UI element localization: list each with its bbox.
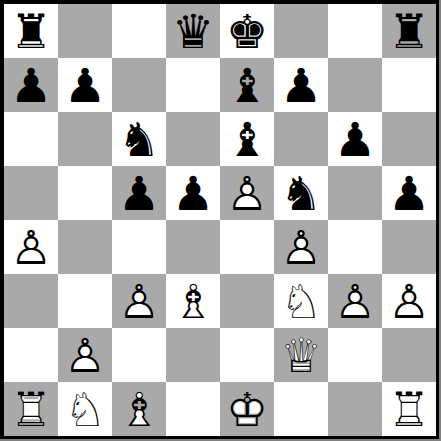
square-b1[interactable]: ♞♘ bbox=[58, 382, 112, 436]
white-pawn-icon: ♙ bbox=[274, 220, 328, 274]
square-e7[interactable]: ♝ bbox=[220, 58, 274, 112]
square-f6[interactable] bbox=[274, 112, 328, 166]
piece-white-pawn[interactable]: ♟♙ bbox=[274, 220, 328, 274]
piece-white-rook[interactable]: ♜♖ bbox=[382, 382, 436, 436]
piece-white-pawn[interactable]: ♟♙ bbox=[112, 274, 166, 328]
piece-black-queen[interactable]: ♛ bbox=[166, 4, 220, 58]
square-h1[interactable]: ♜♖ bbox=[382, 382, 436, 436]
square-e6[interactable]: ♝ bbox=[220, 112, 274, 166]
black-pawn-icon: ♟ bbox=[274, 58, 328, 112]
square-h3[interactable]: ♟♙ bbox=[382, 274, 436, 328]
square-e2[interactable] bbox=[220, 328, 274, 382]
square-e3[interactable] bbox=[220, 274, 274, 328]
white-rook-icon: ♖ bbox=[382, 382, 436, 436]
square-g5[interactable] bbox=[328, 166, 382, 220]
white-knight-icon: ♘ bbox=[274, 274, 328, 328]
square-h4[interactable] bbox=[382, 220, 436, 274]
square-b6[interactable] bbox=[58, 112, 112, 166]
black-king-icon: ♚ bbox=[220, 4, 274, 58]
black-queen-icon: ♛ bbox=[166, 4, 220, 58]
black-pawn-icon: ♟ bbox=[58, 58, 112, 112]
square-d2[interactable] bbox=[166, 328, 220, 382]
chessboard-frame: ♜♛♚♜♟♟♝♟♞♝♟♟♟♟♙♞♟♟♙♟♙♟♙♝♗♞♘♟♙♟♙♟♙♛♕♜♖♞♘♝… bbox=[0, 0, 441, 441]
square-a4[interactable]: ♟♙ bbox=[4, 220, 58, 274]
piece-white-pawn[interactable]: ♟♙ bbox=[328, 274, 382, 328]
black-pawn-icon: ♟ bbox=[4, 58, 58, 112]
piece-white-knight[interactable]: ♞♘ bbox=[274, 274, 328, 328]
square-d1[interactable] bbox=[166, 382, 220, 436]
piece-black-rook[interactable]: ♜ bbox=[4, 4, 58, 58]
square-b5[interactable] bbox=[58, 166, 112, 220]
square-e4[interactable] bbox=[220, 220, 274, 274]
square-c4[interactable] bbox=[112, 220, 166, 274]
piece-white-pawn[interactable]: ♟♙ bbox=[4, 220, 58, 274]
black-knight-icon: ♞ bbox=[112, 112, 166, 166]
square-c7[interactable] bbox=[112, 58, 166, 112]
black-pawn-icon: ♟ bbox=[166, 166, 220, 220]
black-rook-icon: ♜ bbox=[382, 4, 436, 58]
white-pawn-icon: ♙ bbox=[328, 274, 382, 328]
square-c1[interactable]: ♝♗ bbox=[112, 382, 166, 436]
piece-black-pawn[interactable]: ♟ bbox=[112, 166, 166, 220]
square-g4[interactable] bbox=[328, 220, 382, 274]
square-c6[interactable]: ♞ bbox=[112, 112, 166, 166]
piece-white-pawn[interactable]: ♟♙ bbox=[382, 274, 436, 328]
square-f7[interactable]: ♟ bbox=[274, 58, 328, 112]
square-d8[interactable]: ♛ bbox=[166, 4, 220, 58]
square-g7[interactable] bbox=[328, 58, 382, 112]
square-a8[interactable]: ♜ bbox=[4, 4, 58, 58]
square-d5[interactable]: ♟ bbox=[166, 166, 220, 220]
piece-black-bishop[interactable]: ♝ bbox=[220, 58, 274, 112]
square-d7[interactable] bbox=[166, 58, 220, 112]
square-f5[interactable]: ♞ bbox=[274, 166, 328, 220]
square-c8[interactable] bbox=[112, 4, 166, 58]
square-f4[interactable]: ♟♙ bbox=[274, 220, 328, 274]
black-bishop-icon: ♝ bbox=[220, 112, 274, 166]
piece-white-pawn[interactable]: ♟♙ bbox=[58, 328, 112, 382]
piece-white-king[interactable]: ♚♔ bbox=[220, 382, 274, 436]
square-a2[interactable] bbox=[4, 328, 58, 382]
piece-white-queen[interactable]: ♛♕ bbox=[274, 328, 328, 382]
square-g2[interactable] bbox=[328, 328, 382, 382]
square-h6[interactable] bbox=[382, 112, 436, 166]
piece-black-pawn[interactable]: ♟ bbox=[166, 166, 220, 220]
piece-black-pawn[interactable]: ♟ bbox=[58, 58, 112, 112]
white-bishop-icon: ♗ bbox=[166, 274, 220, 328]
square-h2[interactable] bbox=[382, 328, 436, 382]
piece-black-pawn[interactable]: ♟ bbox=[274, 58, 328, 112]
white-pawn-icon: ♙ bbox=[58, 328, 112, 382]
square-f2[interactable]: ♛♕ bbox=[274, 328, 328, 382]
square-g6[interactable]: ♟ bbox=[328, 112, 382, 166]
piece-black-rook[interactable]: ♜ bbox=[382, 4, 436, 58]
square-h8[interactable]: ♜ bbox=[382, 4, 436, 58]
black-bishop-icon: ♝ bbox=[220, 58, 274, 112]
white-pawn-icon: ♙ bbox=[4, 220, 58, 274]
square-b3[interactable] bbox=[58, 274, 112, 328]
square-f3[interactable]: ♞♘ bbox=[274, 274, 328, 328]
square-a6[interactable] bbox=[4, 112, 58, 166]
square-e5[interactable]: ♟♙ bbox=[220, 166, 274, 220]
square-d3[interactable]: ♝♗ bbox=[166, 274, 220, 328]
chess-board: ♜♛♚♜♟♟♝♟♞♝♟♟♟♟♙♞♟♟♙♟♙♟♙♝♗♞♘♟♙♟♙♟♙♛♕♜♖♞♘♝… bbox=[4, 4, 436, 436]
white-pawn-icon: ♙ bbox=[382, 274, 436, 328]
square-h5[interactable]: ♟ bbox=[382, 166, 436, 220]
piece-black-bishop[interactable]: ♝ bbox=[220, 112, 274, 166]
piece-black-pawn[interactable]: ♟ bbox=[382, 166, 436, 220]
white-king-icon: ♔ bbox=[220, 382, 274, 436]
white-queen-icon: ♕ bbox=[274, 328, 328, 382]
square-f8[interactable] bbox=[274, 4, 328, 58]
square-b2[interactable]: ♟♙ bbox=[58, 328, 112, 382]
square-b4[interactable] bbox=[58, 220, 112, 274]
piece-black-pawn[interactable]: ♟ bbox=[328, 112, 382, 166]
square-d4[interactable] bbox=[166, 220, 220, 274]
piece-white-bishop[interactable]: ♝♗ bbox=[112, 382, 166, 436]
piece-black-pawn[interactable]: ♟ bbox=[4, 58, 58, 112]
black-pawn-icon: ♟ bbox=[112, 166, 166, 220]
square-g3[interactable]: ♟♙ bbox=[328, 274, 382, 328]
square-c2[interactable] bbox=[112, 328, 166, 382]
black-pawn-icon: ♟ bbox=[328, 112, 382, 166]
square-b8[interactable] bbox=[58, 4, 112, 58]
white-bishop-icon: ♗ bbox=[112, 382, 166, 436]
black-knight-icon: ♞ bbox=[274, 166, 328, 220]
piece-white-bishop[interactable]: ♝♗ bbox=[166, 274, 220, 328]
square-c3[interactable]: ♟♙ bbox=[112, 274, 166, 328]
square-a3[interactable] bbox=[4, 274, 58, 328]
square-b7[interactable]: ♟ bbox=[58, 58, 112, 112]
square-a5[interactable] bbox=[4, 166, 58, 220]
square-a1[interactable]: ♜♖ bbox=[4, 382, 58, 436]
piece-white-rook[interactable]: ♜♖ bbox=[4, 382, 58, 436]
piece-black-knight[interactable]: ♞ bbox=[274, 166, 328, 220]
square-h7[interactable] bbox=[382, 58, 436, 112]
piece-white-pawn[interactable]: ♟♙ bbox=[220, 166, 274, 220]
square-d6[interactable] bbox=[166, 112, 220, 166]
square-e1[interactable]: ♚♔ bbox=[220, 382, 274, 436]
piece-black-knight[interactable]: ♞ bbox=[112, 112, 166, 166]
white-knight-icon: ♘ bbox=[58, 382, 112, 436]
white-pawn-icon: ♙ bbox=[220, 166, 274, 220]
piece-black-king[interactable]: ♚ bbox=[220, 4, 274, 58]
black-pawn-icon: ♟ bbox=[382, 166, 436, 220]
square-e8[interactable]: ♚ bbox=[220, 4, 274, 58]
square-a7[interactable]: ♟ bbox=[4, 58, 58, 112]
square-g8[interactable] bbox=[328, 4, 382, 58]
black-rook-icon: ♜ bbox=[4, 4, 58, 58]
white-rook-icon: ♖ bbox=[4, 382, 58, 436]
square-c5[interactable]: ♟ bbox=[112, 166, 166, 220]
piece-white-knight[interactable]: ♞♘ bbox=[58, 382, 112, 436]
square-f1[interactable] bbox=[274, 382, 328, 436]
square-g1[interactable] bbox=[328, 382, 382, 436]
white-pawn-icon: ♙ bbox=[112, 274, 166, 328]
